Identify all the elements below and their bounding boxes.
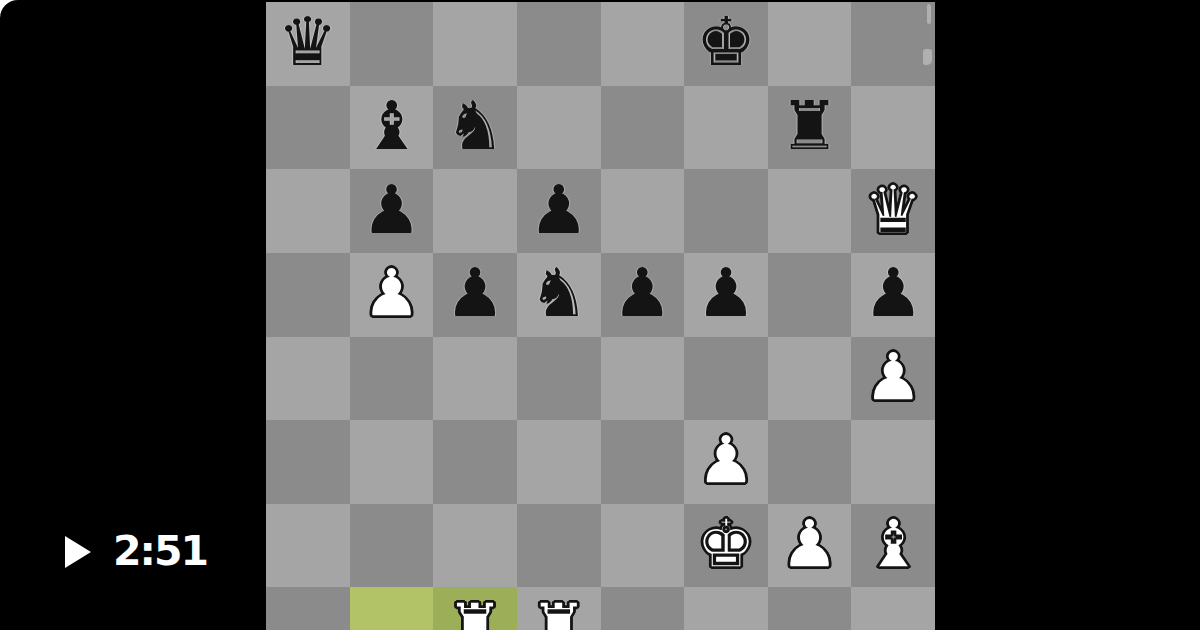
square-a5 (266, 253, 350, 337)
square-a1 (266, 587, 350, 630)
square-f8: ♚ (684, 2, 768, 86)
square-f1 (684, 587, 768, 630)
play-icon[interactable] (65, 536, 91, 568)
square-c4 (433, 337, 517, 421)
square-b8 (350, 2, 434, 86)
square-g2: ♟ (768, 504, 852, 588)
square-g7: ♜ (768, 86, 852, 170)
square-e6 (601, 169, 685, 253)
scrollbar-artifact (927, 4, 931, 24)
square-h2: ♝ (851, 504, 935, 588)
square-f2: ♚ (684, 504, 768, 588)
square-e5: ♟ (601, 253, 685, 337)
square-e4 (601, 337, 685, 421)
piece-black-pawn: ♟ (445, 260, 505, 327)
video-timestamp: 2:51 (113, 531, 207, 572)
piece-black-pawn: ♟ (696, 260, 756, 327)
square-a8: ♛ (266, 2, 350, 86)
cursor-artifact (923, 49, 932, 65)
piece-black-pawn: ♟ (361, 177, 421, 244)
square-a3 (266, 420, 350, 504)
square-e8 (601, 2, 685, 86)
piece-white-rook: ♜ (529, 595, 589, 630)
square-d8 (517, 2, 601, 86)
square-h7 (851, 86, 935, 170)
square-g5 (768, 253, 852, 337)
square-d7 (517, 86, 601, 170)
square-g1 (768, 587, 852, 630)
player-controls: 2:51 (65, 531, 207, 572)
square-b3 (350, 420, 434, 504)
piece-white-pawn: ♟ (361, 260, 421, 327)
square-a6 (266, 169, 350, 253)
square-h8 (851, 2, 935, 86)
piece-black-queen: ♛ (278, 9, 338, 76)
square-e7 (601, 86, 685, 170)
square-b2 (350, 504, 434, 588)
square-f7 (684, 86, 768, 170)
square-b6: ♟ (350, 169, 434, 253)
piece-black-pawn: ♟ (529, 177, 589, 244)
square-h5: ♟ (851, 253, 935, 337)
square-c7: ♞ (433, 86, 517, 170)
piece-white-king: ♚ (696, 511, 756, 578)
square-a2 (266, 504, 350, 588)
piece-white-queen: ♛ (863, 177, 923, 244)
square-f5: ♟ (684, 253, 768, 337)
piece-black-pawn: ♟ (863, 260, 923, 327)
square-b4 (350, 337, 434, 421)
square-d4 (517, 337, 601, 421)
square-d2 (517, 504, 601, 588)
square-h1 (851, 587, 935, 630)
piece-white-pawn: ♟ (780, 511, 840, 578)
square-h4: ♟ (851, 337, 935, 421)
square-e1 (601, 587, 685, 630)
piece-white-bishop: ♝ (863, 511, 923, 578)
square-f4 (684, 337, 768, 421)
square-c6 (433, 169, 517, 253)
square-g4 (768, 337, 852, 421)
square-c1: ♜ (433, 587, 517, 630)
square-c8 (433, 2, 517, 86)
square-b7: ♝ (350, 86, 434, 170)
piece-white-pawn: ♟ (863, 344, 923, 411)
square-a7 (266, 86, 350, 170)
piece-black-knight: ♞ (445, 93, 505, 160)
piece-black-king: ♚ (696, 9, 756, 76)
square-h3 (851, 420, 935, 504)
chess-board: ♛♚♝♞♜♟♟♛♟♟♞♟♟♟♟♟♚♟♝♜♜ (266, 2, 935, 630)
square-d1: ♜ (517, 587, 601, 630)
square-d3 (517, 420, 601, 504)
square-c2 (433, 504, 517, 588)
square-a4 (266, 337, 350, 421)
square-h6: ♛ (851, 169, 935, 253)
square-c3 (433, 420, 517, 504)
square-e3 (601, 420, 685, 504)
piece-black-knight: ♞ (529, 260, 589, 327)
square-f3: ♟ (684, 420, 768, 504)
square-e2 (601, 504, 685, 588)
square-g8 (768, 2, 852, 86)
square-f6 (684, 169, 768, 253)
square-d6: ♟ (517, 169, 601, 253)
square-g6 (768, 169, 852, 253)
square-b5: ♟ (350, 253, 434, 337)
square-g3 (768, 420, 852, 504)
piece-black-rook: ♜ (780, 93, 840, 160)
piece-black-pawn: ♟ (612, 260, 672, 327)
piece-white-pawn: ♟ (696, 427, 756, 494)
square-d5: ♞ (517, 253, 601, 337)
video-frame[interactable]: ♛♚♝♞♜♟♟♛♟♟♞♟♟♟♟♟♚♟♝♜♜ 2:51 (0, 0, 1200, 630)
piece-white-rook: ♜ (445, 595, 505, 630)
square-c5: ♟ (433, 253, 517, 337)
square-b1 (350, 587, 434, 630)
piece-black-bishop: ♝ (361, 93, 421, 160)
